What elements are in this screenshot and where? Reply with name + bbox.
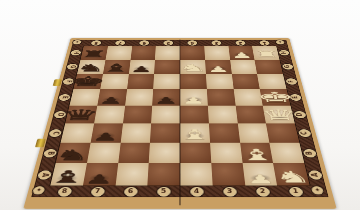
square-d5[interactable] — [151, 106, 180, 124]
square-c1[interactable] — [266, 123, 299, 142]
rank-label-top-4: 4 — [187, 40, 197, 45]
square-a2[interactable] — [242, 163, 277, 185]
white-pawn-glyph: ♟ — [231, 51, 254, 58]
piece-black-bishop-g7[interactable]: ♝ — [102, 59, 130, 73]
file-label-right-c: C — [298, 129, 312, 137]
rank-label-top-2: 2 — [235, 40, 245, 45]
square-b8[interactable] — [56, 142, 91, 163]
square-b2[interactable] — [240, 142, 274, 163]
square-e3[interactable] — [207, 89, 236, 105]
square-e6[interactable] — [125, 89, 154, 105]
square-d6[interactable] — [123, 106, 153, 124]
square-h6[interactable] — [130, 46, 156, 59]
square-c8[interactable] — [61, 123, 94, 142]
square-a5[interactable] — [148, 163, 180, 185]
piece-black-knight-g8[interactable]: ♞ — [76, 59, 105, 73]
square-a4[interactable] — [180, 163, 212, 185]
square-h5[interactable] — [155, 46, 180, 59]
white-rook-glyph: ♜ — [252, 50, 281, 59]
square-b3[interactable] — [210, 142, 242, 163]
square-b4[interactable] — [180, 142, 211, 163]
square-f6[interactable] — [127, 74, 155, 89]
square-b7[interactable] — [87, 142, 121, 163]
piece-black-pawn-g6[interactable]: ♟ — [128, 59, 155, 73]
square-f5[interactable] — [153, 74, 180, 89]
square-f2[interactable] — [231, 74, 259, 89]
white-pawn-glyph: ♟ — [207, 65, 230, 73]
white-knight-glyph: ♞ — [178, 63, 207, 73]
square-b6[interactable] — [118, 142, 150, 163]
square-c3[interactable] — [209, 123, 240, 142]
square-c7[interactable] — [90, 123, 122, 142]
square-h3[interactable] — [204, 46, 230, 59]
black-pawn-glyph: ♟ — [98, 96, 123, 105]
square-b5[interactable] — [149, 142, 180, 163]
black-pawn-glyph: ♟ — [130, 65, 153, 73]
piece-white-pawn-h2[interactable]: ♟ — [228, 46, 255, 59]
piece-white-pawn-g3[interactable]: ♟ — [205, 59, 232, 73]
piece-white-knight-g4[interactable]: ♞ — [180, 59, 206, 73]
square-a8[interactable] — [50, 163, 86, 185]
file-label-left-c: C — [48, 129, 62, 137]
white-pawn-glyph: ♟ — [182, 96, 206, 105]
rank-label-top-7: 7 — [115, 40, 125, 45]
square-g5[interactable] — [154, 60, 180, 74]
piece-black-rook-h8[interactable]: ♜ — [80, 46, 107, 59]
piece-white-king-e1[interactable]: ♚ — [261, 89, 292, 106]
rank-label-top-1: 1 — [259, 40, 270, 45]
square-e8[interactable] — [69, 89, 100, 105]
rank-label-top-3: 3 — [211, 40, 221, 45]
square-f4[interactable] — [180, 74, 207, 89]
chess-board: 87654321 87654321 HGFEDCBA HGFEDCBA ✦✦✦✦… — [23, 38, 336, 209]
piece-black-king-f8[interactable]: ♚ — [73, 74, 103, 89]
file-label-right-f: F — [285, 78, 297, 84]
chess-set-photo: 87654321 87654321 HGFEDCBA HGFEDCBA ✦✦✦✦… — [0, 0, 360, 210]
piece-white-pawn-e4[interactable]: ♟ — [180, 89, 208, 106]
piece-black-pawn-e5[interactable]: ♟ — [152, 89, 180, 106]
square-c5[interactable] — [150, 123, 180, 142]
square-h7[interactable] — [105, 46, 131, 59]
file-label-right-b: B — [303, 149, 317, 157]
square-a6[interactable] — [115, 163, 149, 185]
black-king-glyph: ♚ — [68, 75, 107, 88]
square-f3[interactable] — [206, 74, 234, 89]
black-knight-glyph: ♞ — [75, 63, 106, 73]
rank-label-top-6: 6 — [139, 40, 149, 45]
square-d3[interactable] — [208, 106, 238, 124]
black-rook-glyph: ♜ — [79, 50, 108, 59]
black-pawn-glyph: ♟ — [154, 96, 178, 105]
rank-label-top-5: 5 — [163, 40, 173, 45]
square-g1[interactable] — [255, 60, 283, 74]
piece-white-rook-h1[interactable]: ♜ — [253, 46, 280, 59]
square-c2[interactable] — [237, 123, 269, 142]
file-label-left-a: A — [37, 170, 52, 179]
square-a7[interactable] — [83, 163, 118, 185]
piece-black-pawn-e7[interactable]: ♟ — [96, 89, 126, 106]
square-a3[interactable] — [211, 163, 245, 185]
square-g2[interactable] — [230, 60, 257, 74]
rank-label-top-8: 8 — [90, 40, 101, 45]
white-king-glyph: ♚ — [256, 90, 297, 104]
file-label-right-a: A — [308, 170, 323, 179]
square-f1[interactable] — [257, 74, 286, 89]
square-a1[interactable] — [273, 163, 309, 185]
file-label-right-g: G — [282, 64, 294, 70]
square-c6[interactable] — [120, 123, 151, 142]
square-b1[interactable] — [270, 142, 305, 163]
square-d4[interactable] — [180, 106, 209, 124]
corner-ornament: ✦ — [276, 40, 285, 44]
file-label-left-b: B — [43, 149, 57, 157]
square-h4[interactable] — [180, 46, 205, 59]
file-label-left-e: E — [58, 94, 71, 101]
